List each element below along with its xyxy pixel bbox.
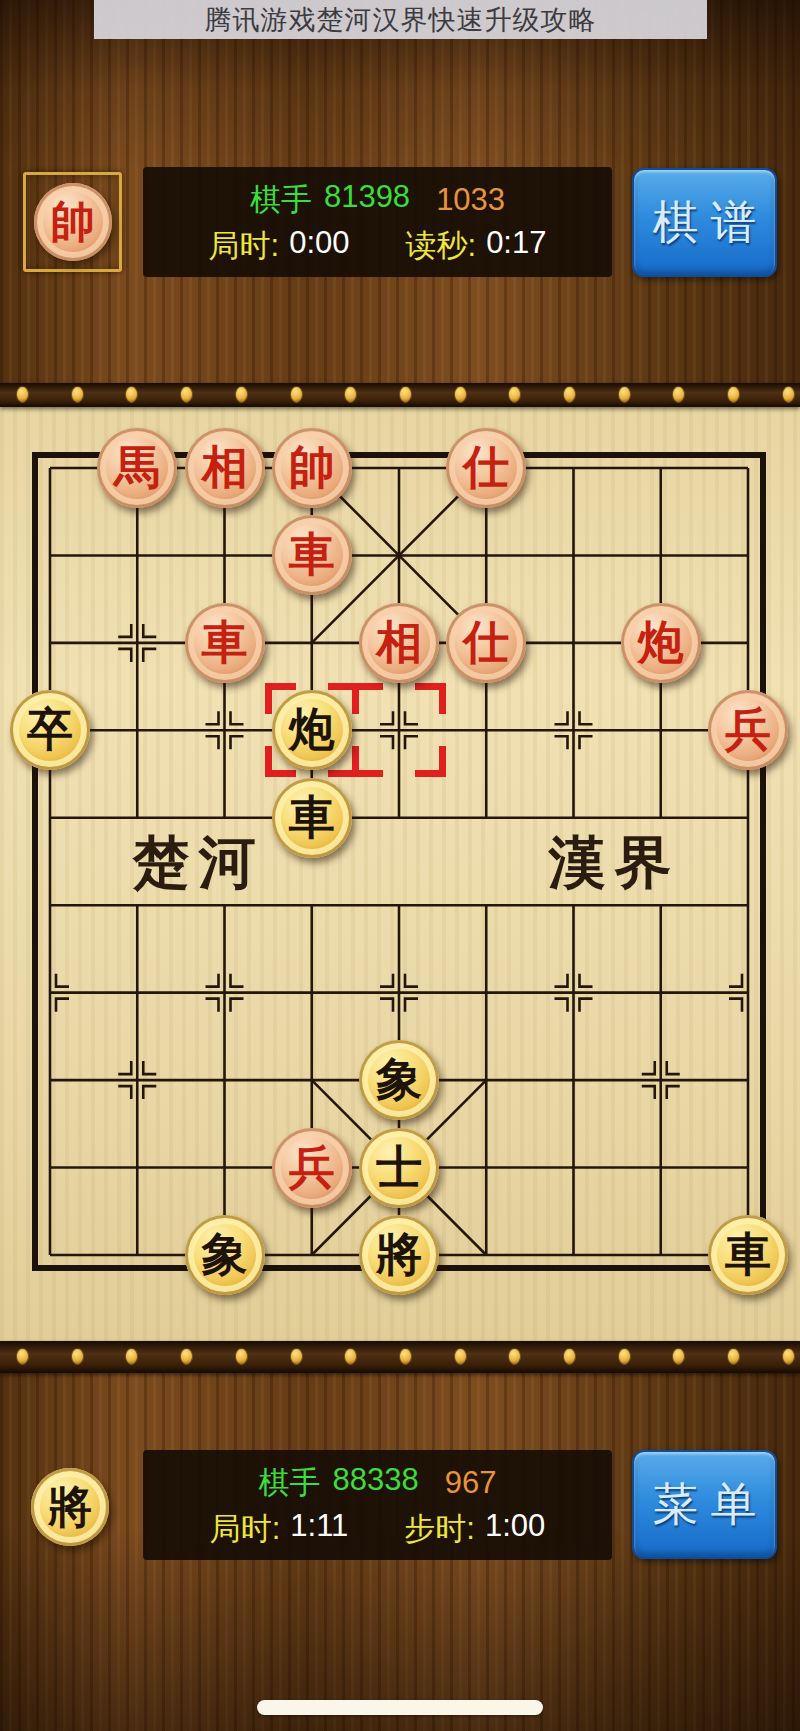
bottom-player-clocks: 局时: 1:11 步时: 1:00 bbox=[143, 1508, 612, 1550]
piece-red-車[interactable]: 車 bbox=[272, 515, 352, 595]
river-label-left: 楚河 bbox=[124, 832, 265, 894]
piece-red-車[interactable]: 車 bbox=[185, 603, 265, 683]
piece-black-象[interactable]: 象 bbox=[359, 1040, 439, 1120]
piece-red-相[interactable]: 相 bbox=[359, 603, 439, 683]
bottom-move-time-label: 步时: bbox=[404, 1508, 475, 1550]
avatar-piece-red-king: 帥 bbox=[34, 183, 112, 261]
piece-red-仕[interactable]: 仕 bbox=[446, 603, 526, 683]
top-byo-yomi-label: 读秒: bbox=[406, 225, 477, 267]
top-game-time: 0:00 bbox=[289, 225, 349, 267]
piece-red-相[interactable]: 相 bbox=[185, 428, 265, 508]
menu-button[interactable]: 菜单 bbox=[632, 1450, 777, 1559]
piece-red-仕[interactable]: 仕 bbox=[446, 428, 526, 508]
top-player-clocks: 局时: 0:00 读秒: 0:17 bbox=[143, 225, 612, 267]
piece-red-馬[interactable]: 馬 bbox=[97, 428, 177, 508]
top-player-identity: 棋手 81398 1033 bbox=[143, 179, 612, 221]
bottom-player-id: 88338 bbox=[333, 1462, 419, 1504]
piece-black-卒[interactable]: 卒 bbox=[10, 690, 90, 770]
piece-black-車[interactable]: 車 bbox=[708, 1215, 788, 1295]
top-player-avatar: 帥 bbox=[23, 172, 122, 272]
piece-black-象[interactable]: 象 bbox=[185, 1215, 265, 1295]
avatar-piece-black-king: 將 bbox=[31, 1468, 109, 1546]
piece-red-炮[interactable]: 炮 bbox=[621, 603, 701, 683]
bottom-player-avatar: 將 bbox=[31, 1468, 109, 1546]
bottom-player-label: 棋手 bbox=[259, 1462, 321, 1504]
top-byo-yomi: 0:17 bbox=[486, 225, 546, 267]
top-player-panel: 棋手 81398 1033 局时: 0:00 读秒: 0:17 bbox=[143, 167, 612, 277]
piece-black-車[interactable]: 車 bbox=[272, 778, 352, 858]
piece-red-兵[interactable]: 兵 bbox=[272, 1128, 352, 1208]
river-label-right: 漢界 bbox=[540, 832, 681, 894]
piece-red-帥[interactable]: 帥 bbox=[272, 428, 352, 508]
bottom-player-rating: 967 bbox=[445, 1465, 497, 1501]
home-indicator[interactable] bbox=[257, 1700, 543, 1715]
app-screen: 腾讯游戏楚河汉界快速升级攻略 楚河 漢界 馬相帥仕車車相仕炮兵兵卒炮車象士象將車… bbox=[0, 0, 800, 1731]
bottom-game-time: 1:11 bbox=[290, 1508, 348, 1550]
bottom-player-identity: 棋手 88338 967 bbox=[143, 1462, 612, 1504]
top-player-rating: 1033 bbox=[436, 182, 505, 218]
top-player-label: 棋手 bbox=[250, 179, 312, 221]
piece-black-將[interactable]: 將 bbox=[359, 1215, 439, 1295]
piece-red-兵[interactable]: 兵 bbox=[708, 690, 788, 770]
game-record-button[interactable]: 棋谱 bbox=[632, 168, 777, 277]
bottom-game-time-label: 局时: bbox=[210, 1508, 281, 1550]
top-player-id: 81398 bbox=[324, 179, 410, 221]
piece-black-士[interactable]: 士 bbox=[359, 1128, 439, 1208]
bottom-player-panel: 棋手 88338 967 局时: 1:11 步时: 1:00 bbox=[143, 1450, 612, 1560]
top-game-time-label: 局时: bbox=[209, 225, 280, 267]
bottom-move-time: 1:00 bbox=[485, 1508, 545, 1550]
piece-black-炮[interactable]: 炮 bbox=[272, 690, 352, 770]
